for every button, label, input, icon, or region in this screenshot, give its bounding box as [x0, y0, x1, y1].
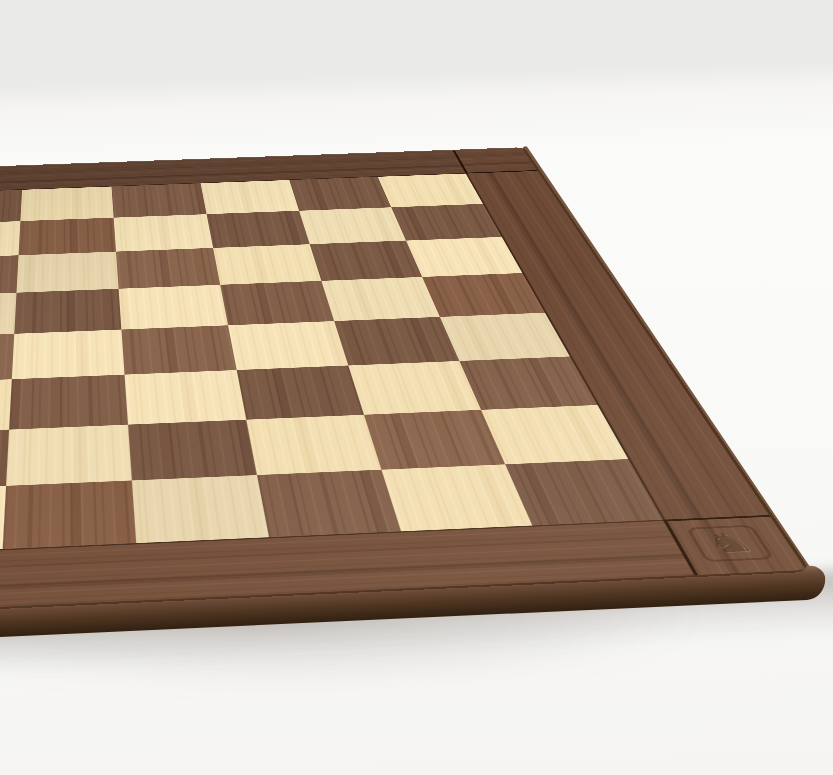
square-d3[interactable]	[9, 375, 128, 430]
product-photo-scene: ♞	[0, 0, 833, 775]
square-g2[interactable]	[364, 410, 505, 470]
knight-icon: ♞	[699, 529, 760, 557]
square-c7[interactable]	[0, 221, 20, 259]
square-g6[interactable]	[310, 241, 422, 281]
square-e7[interactable]	[114, 214, 213, 251]
square-d1[interactable]	[3, 480, 137, 549]
square-g7[interactable]	[299, 207, 406, 244]
square-e4[interactable]	[121, 325, 236, 374]
square-d2[interactable]	[6, 425, 132, 486]
square-f8[interactable]	[201, 180, 299, 214]
square-d8[interactable]	[20, 186, 113, 221]
square-f4[interactable]	[228, 321, 348, 370]
square-g4[interactable]	[334, 317, 459, 366]
square-e6[interactable]	[116, 248, 220, 289]
square-f5[interactable]	[220, 281, 334, 325]
square-d5[interactable]	[14, 289, 121, 334]
square-g5[interactable]	[321, 277, 439, 321]
square-f3[interactable]	[237, 365, 364, 419]
knight-logo-engraving: ♞	[686, 525, 775, 562]
frame-corner-block-ne	[453, 148, 538, 174]
square-c8[interactable]	[0, 190, 22, 225]
square-e2[interactable]	[128, 420, 257, 481]
square-d7[interactable]	[19, 218, 116, 256]
square-h7[interactable]	[391, 204, 502, 241]
square-g3[interactable]	[348, 361, 481, 415]
square-h8[interactable]	[378, 174, 483, 208]
square-d4[interactable]	[12, 330, 125, 380]
square-e1[interactable]	[132, 475, 269, 543]
square-h5[interactable]	[422, 273, 545, 317]
square-e8[interactable]	[112, 183, 207, 217]
square-f7[interactable]	[207, 211, 310, 248]
square-g8[interactable]	[289, 177, 391, 211]
square-h6[interactable]	[406, 237, 522, 277]
square-e3[interactable]	[125, 370, 247, 425]
square-f6[interactable]	[213, 244, 321, 285]
square-e5[interactable]	[119, 285, 228, 330]
square-f1[interactable]	[257, 470, 401, 538]
square-d6[interactable]	[17, 252, 119, 293]
square-f2[interactable]	[246, 415, 381, 475]
